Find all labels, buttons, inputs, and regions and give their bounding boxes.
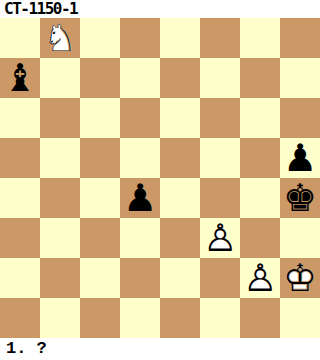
piece-solid-layer: ♚: [280, 178, 320, 218]
square-d5[interactable]: [120, 138, 160, 178]
square-g6[interactable]: [240, 98, 280, 138]
square-g4[interactable]: [240, 178, 280, 218]
square-d6[interactable]: [120, 98, 160, 138]
square-a7[interactable]: ♝: [0, 58, 40, 98]
square-e1[interactable]: [160, 298, 200, 338]
square-b4[interactable]: [40, 178, 80, 218]
square-c1[interactable]: [80, 298, 120, 338]
square-g7[interactable]: [240, 58, 280, 98]
square-h1[interactable]: [280, 298, 320, 338]
square-e8[interactable]: [160, 18, 200, 58]
piece-outline-layer: ♔: [280, 258, 320, 298]
square-c2[interactable]: [80, 258, 120, 298]
square-g2[interactable]: ♟♙: [240, 258, 280, 298]
square-c3[interactable]: [80, 218, 120, 258]
square-a4[interactable]: [0, 178, 40, 218]
square-d2[interactable]: [120, 258, 160, 298]
black-pawn[interactable]: ♟: [280, 138, 320, 178]
square-h4[interactable]: ♚: [280, 178, 320, 218]
square-h3[interactable]: [280, 218, 320, 258]
square-a1[interactable]: [0, 298, 40, 338]
piece-outline-layer: ♙: [240, 258, 280, 298]
chess-puzzle-diagram: CT-1150-1 ♞♘♝♟♟♚♟♙♟♙♚♔ 1. ?: [0, 0, 320, 360]
square-h2[interactable]: ♚♔: [280, 258, 320, 298]
square-d7[interactable]: [120, 58, 160, 98]
piece-outline-layer: ♘: [40, 18, 80, 58]
square-f5[interactable]: [200, 138, 240, 178]
square-e3[interactable]: [160, 218, 200, 258]
square-f8[interactable]: [200, 18, 240, 58]
square-e7[interactable]: [160, 58, 200, 98]
square-b1[interactable]: [40, 298, 80, 338]
square-h5[interactable]: ♟: [280, 138, 320, 178]
piece-outline-layer: ♙: [200, 218, 240, 258]
square-g8[interactable]: [240, 18, 280, 58]
square-b2[interactable]: [40, 258, 80, 298]
square-f7[interactable]: [200, 58, 240, 98]
square-a3[interactable]: [0, 218, 40, 258]
square-e6[interactable]: [160, 98, 200, 138]
square-e2[interactable]: [160, 258, 200, 298]
square-d1[interactable]: [120, 298, 160, 338]
piece-solid-layer: ♝: [0, 58, 40, 98]
square-a6[interactable]: [0, 98, 40, 138]
square-c8[interactable]: [80, 18, 120, 58]
piece-solid-layer: ♟: [120, 178, 160, 218]
square-a8[interactable]: [0, 18, 40, 58]
square-a5[interactable]: [0, 138, 40, 178]
square-e4[interactable]: [160, 178, 200, 218]
square-g3[interactable]: [240, 218, 280, 258]
square-f1[interactable]: [200, 298, 240, 338]
square-b6[interactable]: [40, 98, 80, 138]
square-c4[interactable]: [80, 178, 120, 218]
white-pawn[interactable]: ♟♙: [200, 218, 240, 258]
square-f6[interactable]: [200, 98, 240, 138]
square-b3[interactable]: [40, 218, 80, 258]
square-e5[interactable]: [160, 138, 200, 178]
black-pawn[interactable]: ♟: [120, 178, 160, 218]
square-h6[interactable]: [280, 98, 320, 138]
square-a2[interactable]: [0, 258, 40, 298]
square-g5[interactable]: [240, 138, 280, 178]
square-d4[interactable]: ♟: [120, 178, 160, 218]
square-d3[interactable]: [120, 218, 160, 258]
square-c5[interactable]: [80, 138, 120, 178]
square-b8[interactable]: ♞♘: [40, 18, 80, 58]
black-king[interactable]: ♚: [280, 178, 320, 218]
square-g1[interactable]: [240, 298, 280, 338]
square-c6[interactable]: [80, 98, 120, 138]
square-b7[interactable]: [40, 58, 80, 98]
chess-board: ♞♘♝♟♟♚♟♙♟♙♚♔: [0, 18, 320, 338]
square-b5[interactable]: [40, 138, 80, 178]
white-knight[interactable]: ♞♘: [40, 18, 80, 58]
white-king[interactable]: ♚♔: [280, 258, 320, 298]
square-h8[interactable]: [280, 18, 320, 58]
square-c7[interactable]: [80, 58, 120, 98]
black-bishop[interactable]: ♝: [0, 58, 40, 98]
square-f2[interactable]: [200, 258, 240, 298]
piece-solid-layer: ♟: [280, 138, 320, 178]
square-f3[interactable]: ♟♙: [200, 218, 240, 258]
square-d8[interactable]: [120, 18, 160, 58]
square-f4[interactable]: [200, 178, 240, 218]
white-pawn[interactable]: ♟♙: [240, 258, 280, 298]
move-prompt: 1. ?: [0, 338, 320, 360]
square-h7[interactable]: [280, 58, 320, 98]
